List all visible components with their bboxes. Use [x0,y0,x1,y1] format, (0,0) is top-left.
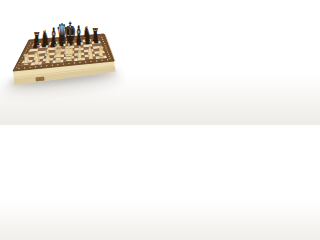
piece-white-rook: ♜ [23,51,29,69]
piece-white-bishop: ♝ [75,42,83,65]
frame-dot [103,41,104,42]
piece-white-knight: ♞ [33,47,40,67]
piece-white-knight: ♞ [87,42,94,62]
frame-dot [27,47,28,48]
frame-dot [18,65,19,66]
frame-dot [107,59,108,60]
piece-white-rook: ♜ [98,44,104,62]
frame-dot [105,45,106,46]
frame-dot [19,62,20,63]
frame-dot [106,49,107,50]
frame-dot [16,67,17,68]
frame-dot [110,58,111,59]
frame-dot [41,66,42,67]
piece-white-queen: ♛ [53,40,63,67]
frame-dot [105,47,106,48]
frame-dot [107,52,108,53]
chess-board: ♜♞♝♛♚♝♞♜♟♟♟♟♟♟♟♟♟♟♟♟♟♟♟♟♜♞♝♛♚♝♞♜ [0,0,125,125]
frame-dot [101,37,102,38]
frame-dot [29,45,30,46]
frame-dot [30,43,31,44]
clasp-pin [39,78,40,79]
piece-white-king: ♚ [64,38,75,67]
frame-dot [18,68,19,69]
frame-dot [109,56,110,57]
piece-white-bishop: ♝ [43,45,51,68]
chess-set-photo: ♜♞♝♛♚♝♞♜♟♟♟♟♟♟♟♟♟♟♟♟♟♟♟♟♜♞♝♛♚♝♞♜ [0,0,125,125]
frame-dot [102,39,103,40]
frame-dot [29,67,30,68]
frame-dot [108,54,109,55]
frame-dot [21,60,22,61]
